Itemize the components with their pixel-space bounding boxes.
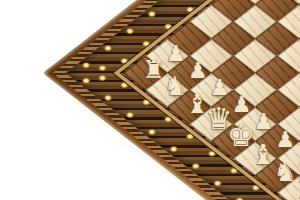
chess-set-photo: ♜♟♟♜♞♟♟♞♝♟♟♝♛♟♟♛♚♟♟♚♝♟♟♝♞♟♟♞♜♟♟♜ xyxy=(0,0,300,200)
chess-board: ♜♟♟♜♞♟♟♞♝♟♟♝♛♟♟♛♚♟♟♚♝♟♟♝♞♟♟♞♜♟♟♜ xyxy=(43,0,300,200)
piece-white-rook[interactable]: ♜ xyxy=(292,177,300,200)
